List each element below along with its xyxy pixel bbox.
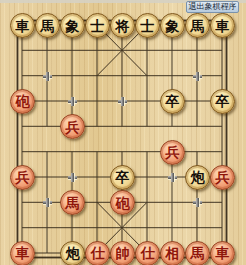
piece[interactable]: 兵 <box>210 165 235 190</box>
piece[interactable]: 象 <box>60 13 85 38</box>
piece[interactable]: 炮 <box>60 241 85 265</box>
point-marker <box>68 97 77 106</box>
piece[interactable]: 車 <box>210 241 235 265</box>
board-grid <box>0 0 246 265</box>
point-marker <box>193 198 202 207</box>
point-marker <box>168 173 177 182</box>
exit-program-button[interactable]: 退出象棋程序 <box>186 1 239 13</box>
point-marker <box>193 72 202 81</box>
piece[interactable]: 兵 <box>160 140 185 165</box>
xiangqi-app: 車馬象士将士象馬車砲卒卒兵兵兵卒炮兵馬砲車炮仕帥仕相馬車 退出象棋程序 <box>0 0 246 265</box>
piece[interactable]: 相 <box>160 241 185 265</box>
piece[interactable]: 兵 <box>10 165 35 190</box>
piece[interactable]: 仕 <box>135 241 160 265</box>
piece[interactable]: 仕 <box>85 241 110 265</box>
point-marker <box>43 72 52 81</box>
point-marker <box>118 97 127 106</box>
piece[interactable]: 馬 <box>185 241 210 265</box>
point-marker <box>43 198 52 207</box>
piece[interactable]: 象 <box>160 13 185 38</box>
piece[interactable]: 馬 <box>35 13 60 38</box>
piece[interactable]: 卒 <box>210 89 235 114</box>
piece[interactable]: 車 <box>10 241 35 265</box>
piece[interactable]: 士 <box>85 13 110 38</box>
piece[interactable]: 車 <box>10 13 35 38</box>
piece[interactable]: 将 <box>110 13 135 38</box>
piece[interactable]: 士 <box>135 13 160 38</box>
piece[interactable]: 砲 <box>10 89 35 114</box>
piece[interactable]: 馬 <box>185 13 210 38</box>
piece[interactable]: 卒 <box>160 89 185 114</box>
piece[interactable]: 車 <box>210 13 235 38</box>
piece[interactable]: 炮 <box>185 165 210 190</box>
piece[interactable]: 卒 <box>110 165 135 190</box>
point-marker <box>68 173 77 182</box>
piece[interactable]: 帥 <box>110 241 135 265</box>
xiangqi-board[interactable]: 車馬象士将士象馬車砲卒卒兵兵兵卒炮兵馬砲車炮仕帥仕相馬車 <box>0 0 246 265</box>
